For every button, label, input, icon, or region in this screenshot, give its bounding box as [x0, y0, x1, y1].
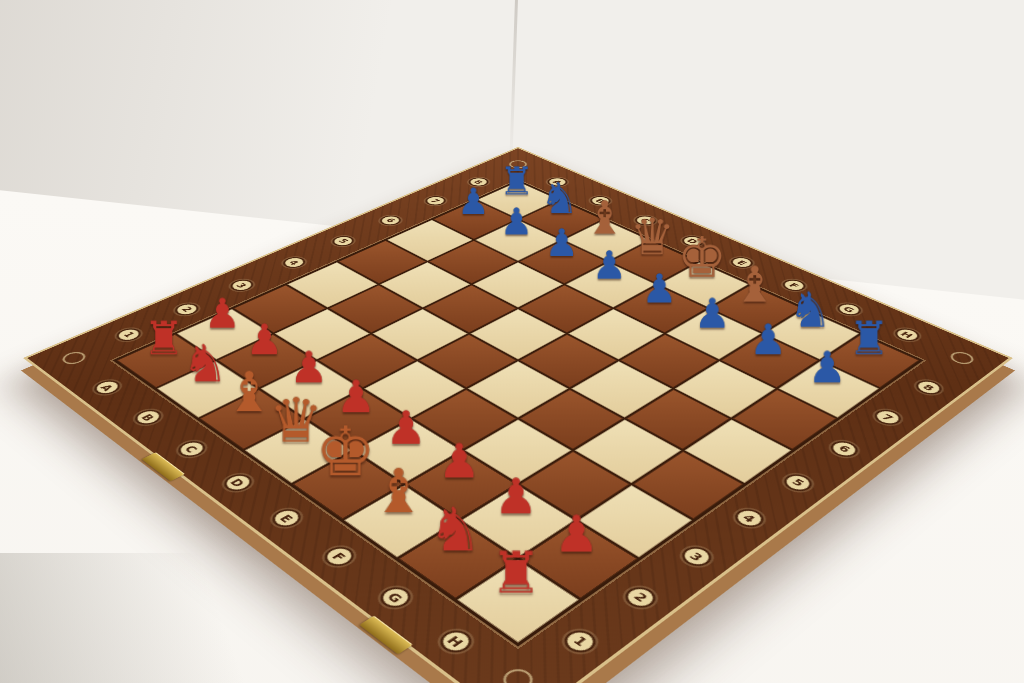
square-f6[interactable]	[620, 334, 718, 387]
coordinate-label-D: D	[219, 471, 257, 495]
coordinate-label-G: G	[374, 583, 416, 612]
coordinate-label-F: F	[319, 543, 360, 570]
square-d6[interactable]	[519, 285, 612, 333]
coordinate-label-5: 5	[779, 471, 817, 495]
coordinate-label-6: 6	[376, 214, 405, 228]
coordinate-label-C: C	[173, 438, 210, 460]
coordinate-label-4: 4	[729, 506, 769, 531]
coordinate-label-6: 6	[826, 438, 863, 460]
piece-red-rook-h1[interactable]: ♜	[472, 544, 558, 601]
coordinate-label-3: 3	[676, 543, 717, 570]
square-h6[interactable]	[733, 389, 837, 449]
piece-blue-pawn-h7[interactable]: ♟	[791, 346, 862, 389]
coordinate-label-4: 4	[279, 255, 310, 270]
square-c5[interactable]	[424, 285, 517, 333]
coordinate-label-8: 8	[911, 378, 946, 398]
coordinate-label-E: E	[267, 506, 307, 531]
coordinate-label-H: H	[434, 626, 478, 657]
coordinate-label-A: A	[90, 378, 125, 398]
square-h7[interactable]: ♟	[778, 361, 879, 418]
coordinate-label-7: 7	[870, 407, 906, 428]
corner-ornament	[58, 350, 89, 367]
corner-ornament	[947, 350, 978, 367]
coordinate-label-B: B	[130, 407, 166, 428]
square-a5[interactable]	[338, 240, 426, 283]
coordinate-label-5: 5	[328, 234, 358, 248]
coordinate-label-1: 1	[558, 626, 602, 657]
corner-ornament	[497, 665, 538, 683]
photo-scene: { "game": "chess", "scene": { "setting":…	[0, 0, 1024, 683]
coordinate-label-2: 2	[619, 583, 661, 612]
